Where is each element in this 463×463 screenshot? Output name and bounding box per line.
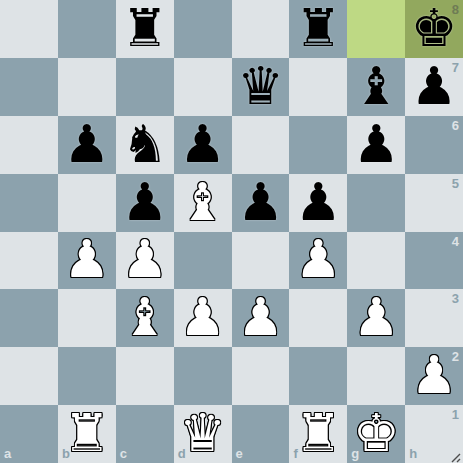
piece-black-bishop[interactable]: ♝ <box>353 60 400 112</box>
square-e8[interactable] <box>232 0 290 58</box>
square-c4[interactable]: ♟ <box>116 232 174 290</box>
square-g5[interactable] <box>347 174 405 232</box>
piece-black-pawn[interactable]: ♟ <box>64 118 111 170</box>
square-a6[interactable] <box>0 116 58 174</box>
rank-label-3: 3 <box>452 291 459 306</box>
square-b1[interactable]: b♜ <box>58 405 116 463</box>
square-f5[interactable]: ♟ <box>289 174 347 232</box>
piece-black-pawn[interactable]: ♟ <box>411 60 458 112</box>
square-e7[interactable]: ♛ <box>232 58 290 116</box>
square-h1[interactable]: h1 <box>405 405 463 463</box>
file-label-h: h <box>409 446 417 461</box>
square-f4[interactable]: ♟ <box>289 232 347 290</box>
rank-label-4: 4 <box>452 234 459 249</box>
square-b3[interactable] <box>58 289 116 347</box>
piece-black-king[interactable]: ♚ <box>411 2 458 54</box>
square-g1[interactable]: g♚ <box>347 405 405 463</box>
square-h8[interactable]: 8♚ <box>405 0 463 58</box>
file-label-c: c <box>120 446 127 461</box>
square-g7[interactable]: ♝ <box>347 58 405 116</box>
file-label-a: a <box>4 446 11 461</box>
square-d6[interactable]: ♟ <box>174 116 232 174</box>
piece-white-rook[interactable]: ♜ <box>295 407 342 459</box>
square-b8[interactable] <box>58 0 116 58</box>
rank-label-6: 6 <box>452 118 459 133</box>
square-a8[interactable] <box>0 0 58 58</box>
piece-black-pawn[interactable]: ♟ <box>295 176 342 228</box>
square-g8[interactable] <box>347 0 405 58</box>
square-e5[interactable]: ♟ <box>232 174 290 232</box>
piece-black-pawn[interactable]: ♟ <box>121 176 168 228</box>
square-b7[interactable] <box>58 58 116 116</box>
square-b2[interactable] <box>58 347 116 405</box>
square-b6[interactable]: ♟ <box>58 116 116 174</box>
square-b4[interactable]: ♟ <box>58 232 116 290</box>
square-f8[interactable]: ♜ <box>289 0 347 58</box>
piece-white-rook[interactable]: ♜ <box>64 407 111 459</box>
square-f3[interactable] <box>289 289 347 347</box>
square-d2[interactable] <box>174 347 232 405</box>
square-d8[interactable] <box>174 0 232 58</box>
piece-white-pawn[interactable]: ♟ <box>295 233 342 285</box>
square-b5[interactable] <box>58 174 116 232</box>
piece-white-pawn[interactable]: ♟ <box>121 233 168 285</box>
square-c1[interactable]: c <box>116 405 174 463</box>
square-a5[interactable] <box>0 174 58 232</box>
chess-board: ♜♜8♚♛♝7♟♟♞♟♟6♟♝♟♟5♟♟♟4♝♟♟♟32♟ab♜cd♛ef♜g♚… <box>0 0 463 463</box>
square-a1[interactable]: a <box>0 405 58 463</box>
piece-black-pawn[interactable]: ♟ <box>179 118 226 170</box>
piece-white-pawn[interactable]: ♟ <box>179 291 226 343</box>
square-e1[interactable]: e <box>232 405 290 463</box>
square-h7[interactable]: 7♟ <box>405 58 463 116</box>
square-g4[interactable] <box>347 232 405 290</box>
square-c5[interactable]: ♟ <box>116 174 174 232</box>
square-c2[interactable] <box>116 347 174 405</box>
piece-white-bishop[interactable]: ♝ <box>121 291 168 343</box>
piece-white-king[interactable]: ♚ <box>353 407 400 459</box>
square-f6[interactable] <box>289 116 347 174</box>
piece-black-pawn[interactable]: ♟ <box>237 176 284 228</box>
square-d7[interactable] <box>174 58 232 116</box>
square-c8[interactable]: ♜ <box>116 0 174 58</box>
square-h2[interactable]: 2♟ <box>405 347 463 405</box>
square-c3[interactable]: ♝ <box>116 289 174 347</box>
piece-black-rook[interactable]: ♜ <box>121 2 168 54</box>
file-label-e: e <box>236 446 243 461</box>
square-a4[interactable] <box>0 232 58 290</box>
square-h4[interactable]: 4 <box>405 232 463 290</box>
square-h3[interactable]: 3 <box>405 289 463 347</box>
square-g6[interactable]: ♟ <box>347 116 405 174</box>
square-e2[interactable] <box>232 347 290 405</box>
square-a3[interactable] <box>0 289 58 347</box>
square-e3[interactable]: ♟ <box>232 289 290 347</box>
piece-white-pawn[interactable]: ♟ <box>237 291 284 343</box>
piece-white-pawn[interactable]: ♟ <box>64 233 111 285</box>
square-f1[interactable]: f♜ <box>289 405 347 463</box>
square-d5[interactable]: ♝ <box>174 174 232 232</box>
square-f7[interactable] <box>289 58 347 116</box>
square-g2[interactable] <box>347 347 405 405</box>
piece-white-pawn[interactable]: ♟ <box>353 291 400 343</box>
square-d4[interactable] <box>174 232 232 290</box>
piece-black-pawn[interactable]: ♟ <box>353 118 400 170</box>
square-f2[interactable] <box>289 347 347 405</box>
square-a7[interactable] <box>0 58 58 116</box>
resize-handle-icon[interactable] <box>448 448 461 461</box>
square-d3[interactable]: ♟ <box>174 289 232 347</box>
piece-white-pawn[interactable]: ♟ <box>411 349 458 401</box>
square-h6[interactable]: 6 <box>405 116 463 174</box>
piece-white-queen[interactable]: ♛ <box>179 407 226 459</box>
square-e4[interactable] <box>232 232 290 290</box>
rank-label-1: 1 <box>452 407 459 422</box>
square-e6[interactable] <box>232 116 290 174</box>
piece-black-queen[interactable]: ♛ <box>237 60 284 112</box>
piece-black-knight[interactable]: ♞ <box>121 118 168 170</box>
rank-label-5: 5 <box>452 176 459 191</box>
square-c6[interactable]: ♞ <box>116 116 174 174</box>
square-a2[interactable] <box>0 347 58 405</box>
square-g3[interactable]: ♟ <box>347 289 405 347</box>
piece-white-bishop[interactable]: ♝ <box>179 176 226 228</box>
square-c7[interactable] <box>116 58 174 116</box>
square-h5[interactable]: 5 <box>405 174 463 232</box>
piece-black-rook[interactable]: ♜ <box>295 2 342 54</box>
square-d1[interactable]: d♛ <box>174 405 232 463</box>
